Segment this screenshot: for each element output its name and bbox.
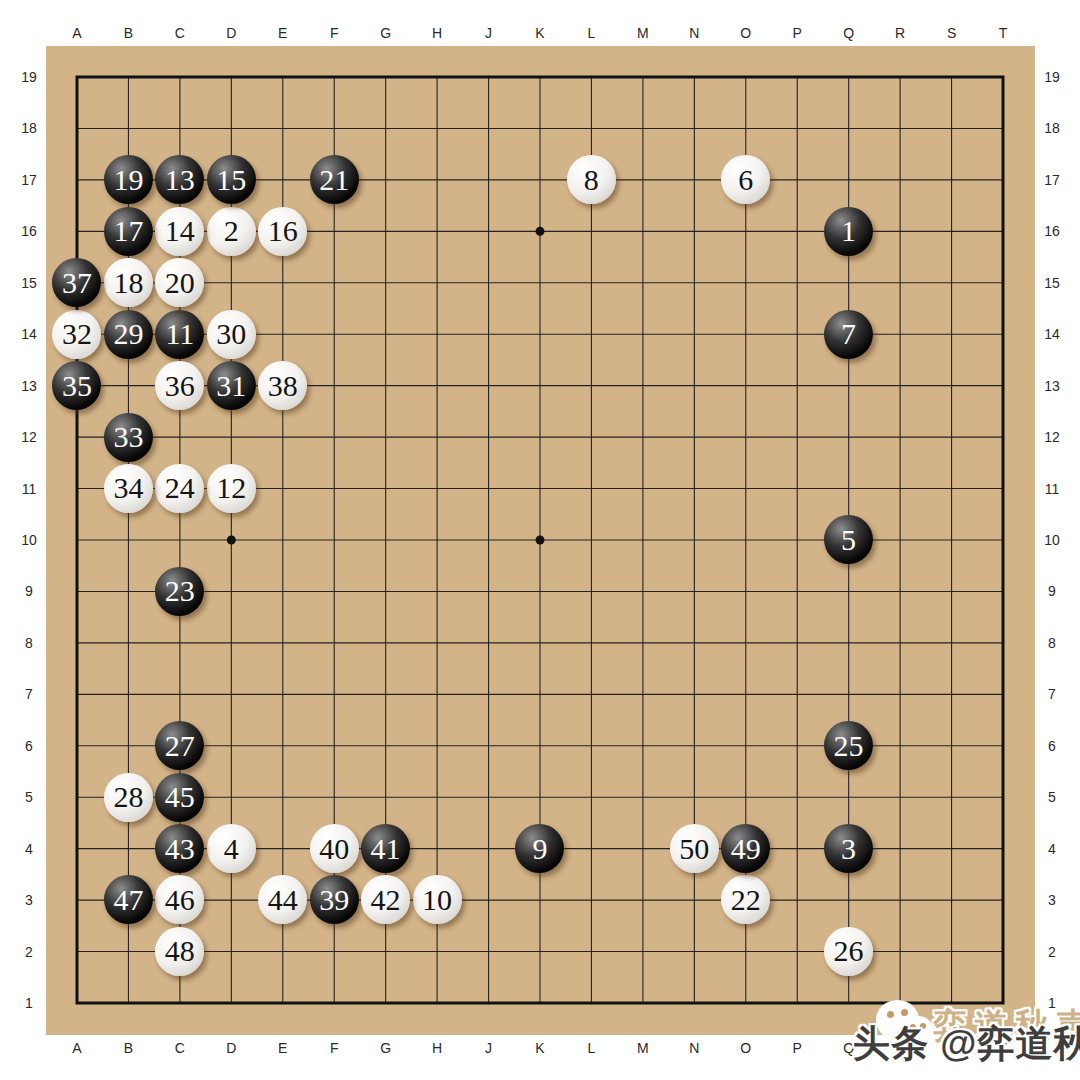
- coord-label-left-2: 2: [25, 944, 33, 960]
- coord-label-right-11: 11: [1045, 481, 1060, 497]
- coord-label-right-16: 16: [1044, 223, 1060, 239]
- stone-white-46-C3: 46: [155, 875, 204, 924]
- stone-black-49-O4: 49: [721, 824, 770, 873]
- stone-black-21-F17: 21: [310, 155, 359, 204]
- stone-black-39-F3: 39: [310, 875, 359, 924]
- coord-label-top-J: J: [485, 25, 492, 41]
- coord-label-bottom-L: L: [588, 1040, 596, 1056]
- coord-label-left-11: 11: [22, 481, 37, 497]
- stone-white-8-L17: 8: [567, 155, 616, 204]
- coord-label-left-12: 12: [21, 429, 37, 445]
- stone-white-44-E3: 44: [258, 875, 307, 924]
- coord-label-left-5: 5: [25, 789, 33, 805]
- stone-black-13-C17: 13: [155, 155, 204, 204]
- coord-label-right-18: 18: [1044, 120, 1060, 136]
- stone-white-4-D4: 4: [207, 824, 256, 873]
- stone-layer: 1234567891011121314151617181920212223242…: [51, 51, 1028, 1028]
- stone-black-3-Q4: 3: [824, 824, 873, 873]
- stone-white-20-C15: 20: [155, 258, 204, 307]
- coord-label-right-6: 6: [1048, 738, 1056, 754]
- stone-white-6-O17: 6: [721, 155, 770, 204]
- coord-label-left-16: 16: [21, 223, 37, 239]
- coord-label-bottom-G: G: [380, 1040, 391, 1056]
- stone-white-24-C11: 24: [155, 464, 204, 513]
- coord-label-left-15: 15: [21, 275, 37, 291]
- stone-white-34-B11: 34: [104, 464, 153, 513]
- stone-black-25-Q6: 25: [824, 721, 873, 770]
- coord-label-top-K: K: [535, 25, 544, 41]
- stone-black-47-B3: 47: [104, 875, 153, 924]
- stone-white-32-A14: 32: [52, 310, 101, 359]
- coord-label-top-H: H: [432, 25, 442, 41]
- coord-label-right-7: 7: [1048, 686, 1056, 702]
- coord-label-bottom-N: N: [689, 1040, 699, 1056]
- stone-white-42-G3: 42: [361, 875, 410, 924]
- go-board: 1234567891011121314151617181920212223242…: [46, 46, 1035, 1035]
- coord-label-right-13: 13: [1044, 378, 1060, 394]
- stone-white-28-B5: 28: [104, 773, 153, 822]
- stone-black-45-C5: 45: [155, 773, 204, 822]
- stone-black-27-C6: 27: [155, 721, 204, 770]
- stone-white-30-D14: 30: [207, 310, 256, 359]
- coord-label-left-17: 17: [21, 172, 37, 188]
- coord-label-bottom-M: M: [637, 1040, 649, 1056]
- coord-label-right-2: 2: [1048, 944, 1056, 960]
- stone-black-33-B12: 33: [104, 413, 153, 462]
- stone-black-43-C4: 43: [155, 824, 204, 873]
- coord-label-top-T: T: [999, 25, 1008, 41]
- coord-label-right-3: 3: [1048, 892, 1056, 908]
- coord-label-right-12: 12: [1044, 429, 1060, 445]
- logo-dot: [887, 1011, 894, 1018]
- stone-white-18-B15: 18: [104, 258, 153, 307]
- stone-black-35-A13: 35: [52, 361, 101, 410]
- stone-white-40-F4: 40: [310, 824, 359, 873]
- stone-black-19-B17: 19: [104, 155, 153, 204]
- coord-label-bottom-B: B: [124, 1040, 133, 1056]
- coord-label-top-R: R: [895, 25, 905, 41]
- coord-label-left-19: 19: [21, 69, 37, 85]
- coord-label-bottom-P: P: [793, 1040, 802, 1056]
- stone-white-26-Q2: 26: [824, 927, 873, 976]
- stone-white-16-E16: 16: [258, 207, 307, 256]
- watermark-text: 头条 @弈道秋声: [853, 1019, 1080, 1069]
- stone-white-14-C16: 14: [155, 207, 204, 256]
- coord-label-left-7: 7: [25, 686, 33, 702]
- coord-label-right-17: 17: [1044, 172, 1060, 188]
- coord-label-bottom-F: F: [330, 1040, 339, 1056]
- coord-label-bottom-K: K: [535, 1040, 544, 1056]
- coord-label-bottom-D: D: [226, 1040, 236, 1056]
- coord-label-bottom-C: C: [175, 1040, 185, 1056]
- coord-label-left-9: 9: [25, 583, 33, 599]
- coord-label-top-E: E: [278, 25, 287, 41]
- stone-white-2-D16: 2: [207, 207, 256, 256]
- coord-label-left-18: 18: [21, 120, 37, 136]
- coord-label-top-Q: Q: [843, 25, 854, 41]
- coord-label-top-D: D: [226, 25, 236, 41]
- coord-label-bottom-J: J: [485, 1040, 492, 1056]
- coord-label-top-M: M: [637, 25, 649, 41]
- coord-label-left-6: 6: [25, 738, 33, 754]
- coord-label-left-14: 14: [21, 326, 37, 342]
- stone-black-1-Q16: 1: [824, 207, 873, 256]
- coord-label-top-S: S: [947, 25, 956, 41]
- coord-label-right-19: 19: [1044, 69, 1060, 85]
- stone-black-5-Q10: 5: [824, 515, 873, 564]
- stone-white-10-H3: 10: [413, 875, 462, 924]
- coord-label-top-A: A: [72, 25, 81, 41]
- stone-black-17-B16: 17: [104, 207, 153, 256]
- coord-label-right-9: 9: [1048, 583, 1056, 599]
- logo-dot: [901, 1009, 908, 1016]
- stone-black-7-Q14: 7: [824, 310, 873, 359]
- coord-label-right-10: 10: [1044, 532, 1060, 548]
- coord-label-bottom-E: E: [278, 1040, 287, 1056]
- stone-black-29-B14: 29: [104, 310, 153, 359]
- coord-label-right-5: 5: [1048, 789, 1056, 805]
- coord-label-right-14: 14: [1044, 326, 1060, 342]
- stone-white-22-O3: 22: [721, 875, 770, 924]
- coord-label-top-O: O: [740, 25, 751, 41]
- stone-white-36-C13: 36: [155, 361, 204, 410]
- stone-white-48-C2: 48: [155, 927, 204, 976]
- coord-label-top-L: L: [588, 25, 596, 41]
- go-diagram-page: 1234567891011121314151617181920212223242…: [0, 0, 1080, 1080]
- stone-black-15-D17: 15: [207, 155, 256, 204]
- coord-label-right-15: 15: [1044, 275, 1060, 291]
- coord-label-right-4: 4: [1048, 841, 1056, 857]
- coord-label-bottom-A: A: [72, 1040, 81, 1056]
- stone-black-31-D13: 31: [207, 361, 256, 410]
- stone-black-11-C14: 11: [155, 310, 204, 359]
- stone-white-50-N4: 50: [670, 824, 719, 873]
- stone-white-38-E13: 38: [258, 361, 307, 410]
- stone-black-9-K4: 9: [515, 824, 564, 873]
- coord-label-left-13: 13: [21, 378, 37, 394]
- coord-label-left-1: 1: [25, 995, 33, 1011]
- coord-label-left-3: 3: [25, 892, 33, 908]
- coord-label-right-8: 8: [1048, 635, 1056, 651]
- stone-black-23-C9: 23: [155, 567, 204, 616]
- coord-label-top-B: B: [124, 25, 133, 41]
- coord-label-top-N: N: [689, 25, 699, 41]
- coord-label-top-C: C: [175, 25, 185, 41]
- stone-black-37-A15: 37: [52, 258, 101, 307]
- coord-label-top-F: F: [330, 25, 339, 41]
- coord-label-left-4: 4: [25, 841, 33, 857]
- coord-label-top-P: P: [793, 25, 802, 41]
- coord-label-top-G: G: [380, 25, 391, 41]
- coord-label-bottom-O: O: [740, 1040, 751, 1056]
- coord-label-left-8: 8: [25, 635, 33, 651]
- stone-white-12-D11: 12: [207, 464, 256, 513]
- coord-label-left-10: 10: [21, 532, 37, 548]
- coord-label-bottom-H: H: [432, 1040, 442, 1056]
- stone-black-41-G4: 41: [361, 824, 410, 873]
